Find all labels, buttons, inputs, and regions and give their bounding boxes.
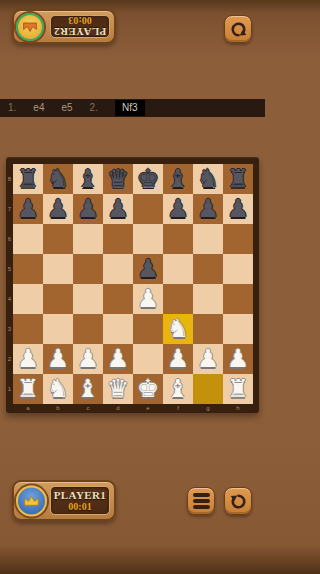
white-bishop-f1[interactable]: ♝ xyxy=(163,374,193,404)
square-e2[interactable] xyxy=(133,344,163,374)
file-label-f: f xyxy=(163,404,193,413)
square-h3[interactable] xyxy=(223,314,253,344)
square-h8[interactable]: ♜ xyxy=(223,164,253,194)
rotate-icon xyxy=(230,493,247,510)
square-g6[interactable] xyxy=(193,224,223,254)
black-pawn-g7[interactable]: ♟ xyxy=(193,194,223,224)
black-rook-h8[interactable]: ♜ xyxy=(223,164,253,194)
file-label-d: d xyxy=(103,404,133,413)
white-pawn-a2[interactable]: ♟ xyxy=(13,344,43,374)
black-pawn-h7[interactable]: ♟ xyxy=(223,194,253,224)
square-g5[interactable] xyxy=(193,254,223,284)
square-c2[interactable]: ♟ xyxy=(73,344,103,374)
square-h1[interactable]: ♜ xyxy=(223,374,253,404)
square-e3[interactable] xyxy=(133,314,163,344)
square-d8[interactable]: ♛ xyxy=(103,164,133,194)
menu-button[interactable] xyxy=(187,487,215,515)
square-d2[interactable]: ♟ xyxy=(103,344,133,374)
player2-nameplate: PLAYER2 00:03 xyxy=(50,15,110,38)
square-b7[interactable]: ♟ xyxy=(43,194,73,224)
white-rook-a1[interactable]: ♜ xyxy=(13,374,43,404)
square-h4[interactable] xyxy=(223,284,253,314)
square-c4[interactable] xyxy=(73,284,103,314)
move-token-e5[interactable]: e5 xyxy=(61,102,72,114)
white-knight-f3[interactable]: ♞ xyxy=(163,314,193,344)
player1-avatar xyxy=(16,485,47,516)
square-a1[interactable]: ♜ xyxy=(13,374,43,404)
square-c1[interactable]: ♝ xyxy=(73,374,103,404)
square-e7[interactable] xyxy=(133,194,163,224)
rotate-board-button-top[interactable] xyxy=(224,15,252,43)
white-pawn-f2[interactable]: ♟ xyxy=(163,344,193,374)
file-label-c: c xyxy=(73,404,103,413)
square-d3[interactable] xyxy=(103,314,133,344)
square-g3[interactable] xyxy=(193,314,223,344)
white-knight-b1[interactable]: ♞ xyxy=(43,374,73,404)
square-f6[interactable] xyxy=(163,224,193,254)
square-e6[interactable] xyxy=(133,224,163,254)
menu-icon xyxy=(193,493,210,509)
rank-label-6: 6 xyxy=(6,224,13,254)
file-label-g: g xyxy=(193,404,223,413)
square-g8[interactable]: ♞ xyxy=(193,164,223,194)
square-b5[interactable] xyxy=(43,254,73,284)
square-g1[interactable] xyxy=(193,374,223,404)
rank-labels: 87654321 xyxy=(6,164,13,404)
white-pawn-g2[interactable]: ♟ xyxy=(193,344,223,374)
square-g4[interactable] xyxy=(193,284,223,314)
black-rook-a8[interactable]: ♜ xyxy=(13,164,43,194)
square-f4[interactable] xyxy=(163,284,193,314)
file-labels: abcdefgh xyxy=(13,404,253,413)
black-pawn-c7[interactable]: ♟ xyxy=(73,194,103,224)
file-label-b: b xyxy=(43,404,73,413)
square-a2[interactable]: ♟ xyxy=(13,344,43,374)
rank-label-8: 8 xyxy=(6,164,13,194)
move-token-Nf3[interactable]: Nf3 xyxy=(115,100,145,116)
rotate-icon xyxy=(230,21,247,38)
square-h6[interactable] xyxy=(223,224,253,254)
white-pawn-c2[interactable]: ♟ xyxy=(73,344,103,374)
player2-avatar xyxy=(16,13,44,41)
move-list: 1.e4e52.Nf3 xyxy=(0,99,265,117)
white-pawn-b2[interactable]: ♟ xyxy=(43,344,73,374)
player1-nameplate: PLAYER1 00:01 xyxy=(50,486,110,515)
square-a3[interactable] xyxy=(13,314,43,344)
file-label-a: a xyxy=(13,404,43,413)
square-h7[interactable]: ♟ xyxy=(223,194,253,224)
square-a5[interactable] xyxy=(13,254,43,284)
player2-clock: 00:03 xyxy=(68,15,91,26)
move-token-2[interactable]: 2. xyxy=(90,102,98,114)
crown-icon xyxy=(22,21,38,33)
black-pawn-d7[interactable]: ♟ xyxy=(103,194,133,224)
white-queen-d1[interactable]: ♛ xyxy=(103,374,133,404)
white-pawn-h2[interactable]: ♟ xyxy=(223,344,253,374)
square-f5[interactable] xyxy=(163,254,193,284)
file-label-h: h xyxy=(223,404,253,413)
square-c6[interactable] xyxy=(73,224,103,254)
square-c3[interactable] xyxy=(73,314,103,344)
player1-name: PLAYER1 xyxy=(54,489,107,501)
rank-label-5: 5 xyxy=(6,254,13,284)
square-g2[interactable]: ♟ xyxy=(193,344,223,374)
player2-name: PLAYER2 xyxy=(54,26,107,38)
black-knight-g8[interactable]: ♞ xyxy=(193,164,223,194)
move-token-e4[interactable]: e4 xyxy=(33,102,44,114)
rank-label-3: 3 xyxy=(6,314,13,344)
rank-label-4: 4 xyxy=(6,284,13,314)
square-d4[interactable] xyxy=(103,284,133,314)
square-f1[interactable]: ♝ xyxy=(163,374,193,404)
square-b1[interactable]: ♞ xyxy=(43,374,73,404)
black-pawn-f7[interactable]: ♟ xyxy=(163,194,193,224)
player1-clock: 00:01 xyxy=(68,501,91,512)
square-f7[interactable]: ♟ xyxy=(163,194,193,224)
black-pawn-a7[interactable]: ♟ xyxy=(13,194,43,224)
file-label-e: e xyxy=(133,404,163,413)
square-c5[interactable] xyxy=(73,254,103,284)
square-a4[interactable] xyxy=(13,284,43,314)
square-d1[interactable]: ♛ xyxy=(103,374,133,404)
square-h5[interactable] xyxy=(223,254,253,284)
board-grid: ♜♞♝♛♚♝♞♜♟♟♟♟♟♟♟♟♟♞♟♟♟♟♟♟♟♜♞♝♛♚♝♜ xyxy=(13,164,253,404)
square-d5[interactable] xyxy=(103,254,133,284)
player1-panel: PLAYER1 00:01 xyxy=(12,480,116,521)
white-rook-h1[interactable]: ♜ xyxy=(223,374,253,404)
square-c8[interactable]: ♝ xyxy=(73,164,103,194)
rank-label-1: 1 xyxy=(6,374,13,404)
square-e4[interactable]: ♟ xyxy=(133,284,163,314)
rotate-board-button-bottom[interactable] xyxy=(224,487,252,515)
white-pawn-e4[interactable]: ♟ xyxy=(133,284,163,314)
square-f8[interactable]: ♝ xyxy=(163,164,193,194)
rank-label-2: 2 xyxy=(6,344,13,374)
square-a7[interactable]: ♟ xyxy=(13,194,43,224)
black-pawn-e5[interactable]: ♟ xyxy=(133,254,163,284)
black-knight-b8[interactable]: ♞ xyxy=(43,164,73,194)
square-b4[interactable] xyxy=(43,284,73,314)
square-b2[interactable]: ♟ xyxy=(43,344,73,374)
move-token-1[interactable]: 1. xyxy=(8,102,16,114)
crown-icon xyxy=(23,494,40,507)
black-king-e8[interactable]: ♚ xyxy=(133,164,163,194)
black-bishop-f8[interactable]: ♝ xyxy=(163,164,193,194)
square-d6[interactable] xyxy=(103,224,133,254)
square-e5[interactable]: ♟ xyxy=(133,254,163,284)
black-bishop-c8[interactable]: ♝ xyxy=(73,164,103,194)
square-d7[interactable]: ♟ xyxy=(103,194,133,224)
square-a6[interactable] xyxy=(13,224,43,254)
square-c7[interactable]: ♟ xyxy=(73,194,103,224)
square-f2[interactable]: ♟ xyxy=(163,344,193,374)
square-f3[interactable]: ♞ xyxy=(163,314,193,344)
square-b3[interactable] xyxy=(43,314,73,344)
square-b6[interactable] xyxy=(43,224,73,254)
square-e8[interactable]: ♚ xyxy=(133,164,163,194)
rank-label-7: 7 xyxy=(6,194,13,224)
white-pawn-d2[interactable]: ♟ xyxy=(103,344,133,374)
square-h2[interactable]: ♟ xyxy=(223,344,253,374)
chess-board: 87654321 abcdefgh ♜♞♝♛♚♝♞♜♟♟♟♟♟♟♟♟♟♞♟♟♟♟… xyxy=(6,157,259,413)
player2-panel: PLAYER2 00:03 xyxy=(12,9,116,44)
square-g7[interactable]: ♟ xyxy=(193,194,223,224)
black-pawn-b7[interactable]: ♟ xyxy=(43,194,73,224)
square-a8[interactable]: ♜ xyxy=(13,164,43,194)
black-queen-d8[interactable]: ♛ xyxy=(103,164,133,194)
white-bishop-c1[interactable]: ♝ xyxy=(73,374,103,404)
white-king-e1[interactable]: ♚ xyxy=(133,374,163,404)
square-b8[interactable]: ♞ xyxy=(43,164,73,194)
square-e1[interactable]: ♚ xyxy=(133,374,163,404)
